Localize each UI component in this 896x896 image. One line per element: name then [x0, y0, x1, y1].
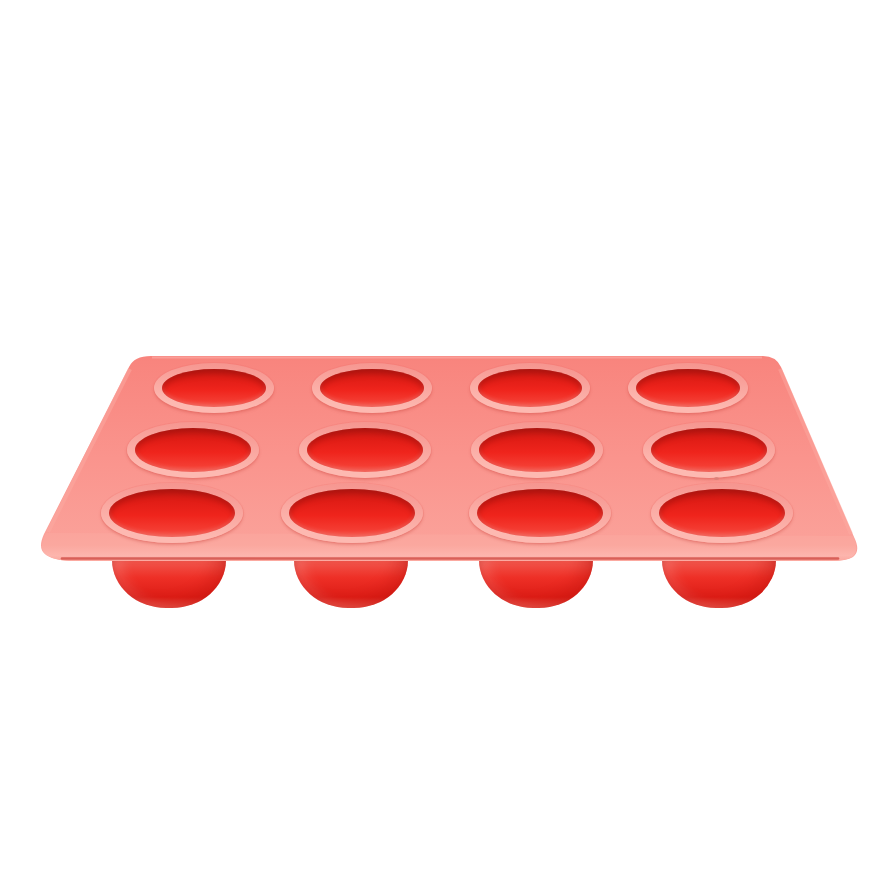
muffin-cavity-r3-c3 [469, 483, 611, 543]
product-photo [0, 0, 896, 896]
muffin-pan [0, 0, 896, 896]
cavity-opening [289, 489, 415, 537]
muffin-cavity-r2-c3 [471, 422, 603, 478]
cavity-opening [135, 428, 251, 472]
cavity-opening [479, 428, 595, 472]
muffin-cavity-r3-c1 [101, 483, 243, 543]
muffin-cavity-r1-c3 [470, 363, 590, 413]
cavity-opening [477, 489, 603, 537]
cavity-opening [109, 489, 235, 537]
cavity-opening [162, 369, 266, 407]
cavity-opening [651, 428, 767, 472]
cavity-opening [307, 428, 423, 472]
muffin-cavity-r3-c2 [281, 483, 423, 543]
muffin-cavity-r2-c4 [643, 422, 775, 478]
cavity-opening [636, 369, 740, 407]
muffin-cavity-r2-c1 [127, 422, 259, 478]
muffin-cavity-r1-c2 [312, 363, 432, 413]
muffin-cavity-r1-c4 [628, 363, 748, 413]
muffin-cavity-r2-c2 [299, 422, 431, 478]
cavity-opening [320, 369, 424, 407]
muffin-cavity-r1-c1 [154, 363, 274, 413]
cavity-opening [478, 369, 582, 407]
cavity-opening [659, 489, 785, 537]
surface-speck-1 [714, 477, 719, 480]
muffin-cavity-r3-c4 [651, 483, 793, 543]
